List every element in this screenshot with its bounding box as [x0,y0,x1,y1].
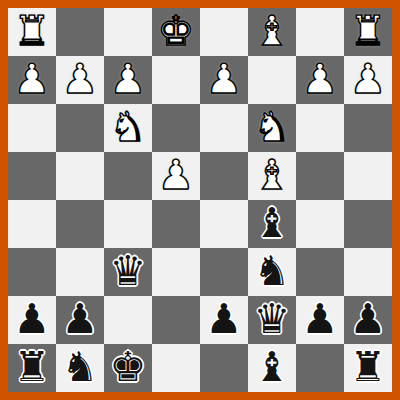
square-r6c2[interactable] [56,248,104,296]
black-bishop[interactable]: ♝ [254,199,291,247]
square-r3c4[interactable] [152,104,200,152]
square-r4c5[interactable] [200,152,248,200]
square-r2c3[interactable]: ♟ [104,56,152,104]
square-r4c6[interactable]: ♝ [248,152,296,200]
square-r4c4[interactable]: ♟ [152,152,200,200]
square-r2c5[interactable]: ♟ [200,56,248,104]
white-pawn[interactable]: ♟ [62,55,99,103]
square-r1c2[interactable] [56,8,104,56]
square-r3c5[interactable] [200,104,248,152]
square-r5c3[interactable] [104,200,152,248]
square-r4c7[interactable] [296,152,344,200]
square-r1c5[interactable] [200,8,248,56]
chess-board: ♜♚♝♜♟♟♟♟♟♟♞♞♟♝♝♛♞♟♟♟♛♟♟♜♞♚♝♜ [8,8,392,392]
square-r7c7[interactable]: ♟ [296,296,344,344]
square-r6c6[interactable]: ♞ [248,248,296,296]
square-r1c1[interactable]: ♜ [8,8,56,56]
square-r1c7[interactable] [296,8,344,56]
square-r8c4[interactable] [152,344,200,392]
white-knight[interactable]: ♞ [254,103,291,151]
square-r7c4[interactable] [152,296,200,344]
square-r1c4[interactable]: ♚ [152,8,200,56]
square-r8c7[interactable] [296,344,344,392]
square-r2c2[interactable]: ♟ [56,56,104,104]
square-r8c5[interactable] [200,344,248,392]
white-pawn[interactable]: ♟ [302,55,339,103]
square-r5c2[interactable] [56,200,104,248]
square-r2c4[interactable] [152,56,200,104]
black-bishop[interactable]: ♝ [254,343,291,391]
black-pawn[interactable]: ♟ [62,295,99,343]
square-r8c2[interactable]: ♞ [56,344,104,392]
white-pawn[interactable]: ♟ [158,151,195,199]
black-queen[interactable]: ♛ [254,295,291,343]
board-frame: ♜♚♝♜♟♟♟♟♟♟♞♞♟♝♝♛♞♟♟♟♛♟♟♜♞♚♝♜ [0,0,400,400]
white-knight[interactable]: ♞ [110,103,147,151]
white-pawn[interactable]: ♟ [14,55,51,103]
white-rook[interactable]: ♜ [14,7,51,55]
white-pawn[interactable]: ♟ [206,55,243,103]
white-bishop[interactable]: ♝ [254,151,291,199]
square-r3c3[interactable]: ♞ [104,104,152,152]
square-r5c7[interactable] [296,200,344,248]
square-r6c7[interactable] [296,248,344,296]
square-r6c1[interactable] [8,248,56,296]
square-r3c8[interactable] [344,104,392,152]
square-r2c8[interactable]: ♟ [344,56,392,104]
square-r2c1[interactable]: ♟ [8,56,56,104]
square-r5c1[interactable] [8,200,56,248]
square-r1c3[interactable] [104,8,152,56]
black-pawn[interactable]: ♟ [206,295,243,343]
square-r6c8[interactable] [344,248,392,296]
square-r5c4[interactable] [152,200,200,248]
square-r7c3[interactable] [104,296,152,344]
black-king[interactable]: ♚ [110,343,147,391]
white-bishop[interactable]: ♝ [254,7,291,55]
square-r2c7[interactable]: ♟ [296,56,344,104]
square-r3c2[interactable] [56,104,104,152]
square-r7c6[interactable]: ♛ [248,296,296,344]
square-r3c6[interactable]: ♞ [248,104,296,152]
square-r4c3[interactable] [104,152,152,200]
square-r1c8[interactable]: ♜ [344,8,392,56]
square-r4c8[interactable] [344,152,392,200]
square-r7c2[interactable]: ♟ [56,296,104,344]
black-knight[interactable]: ♞ [62,343,99,391]
square-r8c8[interactable]: ♜ [344,344,392,392]
square-r2c6[interactable] [248,56,296,104]
square-r8c6[interactable]: ♝ [248,344,296,392]
white-pawn[interactable]: ♟ [350,55,387,103]
square-r6c5[interactable] [200,248,248,296]
black-knight[interactable]: ♞ [254,247,291,295]
square-r3c1[interactable] [8,104,56,152]
square-r8c3[interactable]: ♚ [104,344,152,392]
square-r4c2[interactable] [56,152,104,200]
white-rook[interactable]: ♜ [350,7,387,55]
square-r6c3[interactable]: ♛ [104,248,152,296]
square-r6c4[interactable] [152,248,200,296]
square-r5c8[interactable] [344,200,392,248]
black-pawn[interactable]: ♟ [14,295,51,343]
black-rook[interactable]: ♜ [350,343,387,391]
black-rook[interactable]: ♜ [14,343,51,391]
square-r5c6[interactable]: ♝ [248,200,296,248]
black-queen[interactable]: ♛ [110,247,147,295]
white-king[interactable]: ♚ [158,7,195,55]
square-r1c6[interactable]: ♝ [248,8,296,56]
square-r3c7[interactable] [296,104,344,152]
black-pawn[interactable]: ♟ [350,295,387,343]
square-r4c1[interactable] [8,152,56,200]
square-r7c1[interactable]: ♟ [8,296,56,344]
square-r8c1[interactable]: ♜ [8,344,56,392]
white-pawn[interactable]: ♟ [110,55,147,103]
square-r7c8[interactable]: ♟ [344,296,392,344]
black-pawn[interactable]: ♟ [302,295,339,343]
square-r7c5[interactable]: ♟ [200,296,248,344]
square-r5c5[interactable] [200,200,248,248]
